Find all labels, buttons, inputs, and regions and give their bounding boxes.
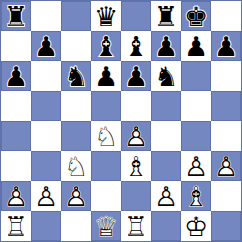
white-king-icon[interactable]: ♚♔ <box>181 211 211 241</box>
square-c4[interactable] <box>61 121 91 151</box>
square-h6[interactable] <box>211 61 241 91</box>
black-queen-icon[interactable]: ♛♛ <box>91 1 121 31</box>
chess-board: ♜♜♛♛♜♜♚♚♟♟♝♝♝♝♟♟♟♟♟♟♟♟♞♞♟♟♟♟♞♞♞♘♟♙♞♘♝♗♟♙… <box>0 0 242 242</box>
square-a5[interactable] <box>1 91 31 121</box>
square-g1[interactable]: ♚♔ <box>181 211 211 241</box>
white-rook-icon[interactable]: ♜♖ <box>1 211 31 241</box>
square-f7[interactable]: ♟♟ <box>151 31 181 61</box>
black-pawn-icon[interactable]: ♟♟ <box>91 61 121 91</box>
square-c2[interactable]: ♟♙ <box>61 181 91 211</box>
square-b1[interactable] <box>31 211 61 241</box>
square-b6[interactable] <box>31 61 61 91</box>
square-e7[interactable]: ♝♝ <box>121 31 151 61</box>
square-d8[interactable]: ♛♛ <box>91 1 121 31</box>
square-g8[interactable]: ♚♚ <box>181 1 211 31</box>
black-knight-icon[interactable]: ♞♞ <box>61 61 91 91</box>
square-a6[interactable]: ♟♟ <box>1 61 31 91</box>
square-c8[interactable] <box>61 1 91 31</box>
square-f2[interactable]: ♟♙ <box>151 181 181 211</box>
white-pawn-icon[interactable]: ♟♙ <box>1 181 31 211</box>
square-c3[interactable]: ♞♘ <box>61 151 91 181</box>
square-g6[interactable] <box>181 61 211 91</box>
square-d7[interactable]: ♝♝ <box>91 31 121 61</box>
square-a4[interactable] <box>1 121 31 151</box>
white-bishop-icon[interactable]: ♝♗ <box>181 181 211 211</box>
square-f1[interactable] <box>151 211 181 241</box>
black-pawn-icon[interactable]: ♟♟ <box>121 61 151 91</box>
square-c5[interactable] <box>61 91 91 121</box>
white-pawn-icon[interactable]: ♟♙ <box>61 181 91 211</box>
square-f3[interactable] <box>151 151 181 181</box>
black-pawn-icon[interactable]: ♟♟ <box>31 31 61 61</box>
square-b2[interactable]: ♟♙ <box>31 181 61 211</box>
black-bishop-icon[interactable]: ♝♝ <box>91 31 121 61</box>
square-f4[interactable] <box>151 121 181 151</box>
square-a3[interactable] <box>1 151 31 181</box>
square-h7[interactable]: ♟♟ <box>211 31 241 61</box>
white-knight-icon[interactable]: ♞♘ <box>61 151 91 181</box>
black-knight-icon[interactable]: ♞♞ <box>151 61 181 91</box>
square-d6[interactable]: ♟♟ <box>91 61 121 91</box>
white-queen-icon[interactable]: ♛♕ <box>91 211 121 241</box>
square-f5[interactable] <box>151 91 181 121</box>
square-f6[interactable]: ♞♞ <box>151 61 181 91</box>
square-b4[interactable] <box>31 121 61 151</box>
square-g3[interactable]: ♟♙ <box>181 151 211 181</box>
square-d1[interactable]: ♛♕ <box>91 211 121 241</box>
square-h4[interactable] <box>211 121 241 151</box>
white-bishop-icon[interactable]: ♝♗ <box>121 151 151 181</box>
white-pawn-icon[interactable]: ♟♙ <box>181 151 211 181</box>
square-a8[interactable]: ♜♜ <box>1 1 31 31</box>
square-b7[interactable]: ♟♟ <box>31 31 61 61</box>
white-pawn-icon[interactable]: ♟♙ <box>151 181 181 211</box>
square-e6[interactable]: ♟♟ <box>121 61 151 91</box>
white-knight-icon[interactable]: ♞♘ <box>91 121 121 151</box>
square-g7[interactable]: ♟♟ <box>181 31 211 61</box>
square-a1[interactable]: ♜♖ <box>1 211 31 241</box>
square-h2[interactable] <box>211 181 241 211</box>
square-e5[interactable] <box>121 91 151 121</box>
black-pawn-icon[interactable]: ♟♟ <box>1 61 31 91</box>
square-e4[interactable]: ♟♙ <box>121 121 151 151</box>
square-e3[interactable]: ♝♗ <box>121 151 151 181</box>
square-e2[interactable] <box>121 181 151 211</box>
white-pawn-icon[interactable]: ♟♙ <box>31 181 61 211</box>
square-h1[interactable] <box>211 211 241 241</box>
black-pawn-icon[interactable]: ♟♟ <box>211 31 241 61</box>
black-bishop-icon[interactable]: ♝♝ <box>121 31 151 61</box>
square-g5[interactable] <box>181 91 211 121</box>
square-c1[interactable] <box>61 211 91 241</box>
square-g2[interactable]: ♝♗ <box>181 181 211 211</box>
white-pawn-icon[interactable]: ♟♙ <box>121 121 151 151</box>
square-d3[interactable] <box>91 151 121 181</box>
black-rook-icon[interactable]: ♜♜ <box>1 1 31 31</box>
square-a2[interactable]: ♟♙ <box>1 181 31 211</box>
square-b3[interactable] <box>31 151 61 181</box>
square-h5[interactable] <box>211 91 241 121</box>
square-e1[interactable]: ♜♖ <box>121 211 151 241</box>
square-h3[interactable]: ♟♙ <box>211 151 241 181</box>
square-f8[interactable]: ♜♜ <box>151 1 181 31</box>
square-d2[interactable] <box>91 181 121 211</box>
square-b8[interactable] <box>31 1 61 31</box>
square-a7[interactable] <box>1 31 31 61</box>
black-pawn-icon[interactable]: ♟♟ <box>151 31 181 61</box>
square-b5[interactable] <box>31 91 61 121</box>
black-pawn-icon[interactable]: ♟♟ <box>181 31 211 61</box>
square-d4[interactable]: ♞♘ <box>91 121 121 151</box>
black-king-icon[interactable]: ♚♚ <box>181 1 211 31</box>
square-d5[interactable] <box>91 91 121 121</box>
square-e8[interactable] <box>121 1 151 31</box>
square-g4[interactable] <box>181 121 211 151</box>
square-h8[interactable] <box>211 1 241 31</box>
white-pawn-icon[interactable]: ♟♙ <box>211 151 241 181</box>
square-c7[interactable] <box>61 31 91 61</box>
square-c6[interactable]: ♞♞ <box>61 61 91 91</box>
black-rook-icon[interactable]: ♜♜ <box>151 1 181 31</box>
white-rook-icon[interactable]: ♜♖ <box>121 211 151 241</box>
